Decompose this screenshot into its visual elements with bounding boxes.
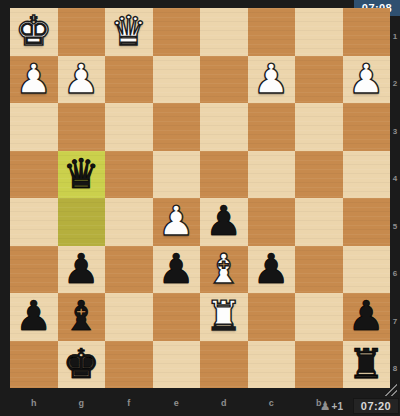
square-f7[interactable] — [105, 293, 153, 341]
square-h1[interactable]: ♚ — [10, 8, 58, 56]
square-e8[interactable] — [153, 341, 201, 389]
square-e6[interactable]: ♟ — [153, 246, 201, 294]
square-g8[interactable]: ♚ — [58, 341, 106, 389]
square-e3[interactable] — [153, 103, 201, 151]
piece-black-pawn[interactable]: ♟ — [158, 246, 195, 293]
square-g7[interactable]: ♝ — [58, 293, 106, 341]
square-h6[interactable] — [10, 246, 58, 294]
square-d6[interactable]: ♝ — [200, 246, 248, 294]
piece-black-pawn[interactable]: ♟ — [15, 293, 52, 340]
square-c3[interactable] — [248, 103, 296, 151]
square-b8[interactable] — [295, 341, 343, 389]
square-a7[interactable]: ♟ — [343, 293, 391, 341]
piece-white-rook[interactable]: ♜ — [205, 293, 242, 340]
rank-label-6: 6 — [390, 246, 400, 294]
square-f3[interactable] — [105, 103, 153, 151]
piece-white-queen[interactable]: ♛ — [110, 8, 147, 55]
square-g5[interactable] — [58, 198, 106, 246]
piece-white-king[interactable]: ♚ — [15, 8, 52, 55]
rank-labels: 12345678 — [390, 8, 400, 388]
square-g6[interactable]: ♟ — [58, 246, 106, 294]
square-a4[interactable] — [343, 151, 391, 199]
square-d5[interactable]: ♟ — [200, 198, 248, 246]
rank-label-1: 1 — [390, 8, 400, 56]
rank-label-3: 3 — [390, 103, 400, 151]
piece-white-pawn[interactable]: ♟ — [348, 56, 385, 103]
rank-label-7: 7 — [390, 293, 400, 341]
square-d8[interactable] — [200, 341, 248, 389]
piece-black-pawn[interactable]: ♟ — [205, 198, 242, 245]
file-label-h: h — [10, 395, 58, 411]
piece-black-king[interactable]: ♚ — [63, 341, 100, 388]
square-c1[interactable] — [248, 8, 296, 56]
square-a8[interactable]: ♜ — [343, 341, 391, 389]
square-d7[interactable]: ♜ — [200, 293, 248, 341]
square-b4[interactable] — [295, 151, 343, 199]
square-g4[interactable]: ♛ — [58, 151, 106, 199]
rank-label-2: 2 — [390, 56, 400, 104]
piece-black-rook[interactable]: ♜ — [348, 341, 385, 388]
chess-board[interactable]: ♚♛♟♟♟♟♛♟♟♟♟♝♟♟♝♜♟♚♜ — [10, 8, 390, 388]
square-a3[interactable] — [343, 103, 391, 151]
square-e1[interactable] — [153, 8, 201, 56]
square-b2[interactable] — [295, 56, 343, 104]
square-f5[interactable] — [105, 198, 153, 246]
square-f2[interactable] — [105, 56, 153, 104]
square-h2[interactable]: ♟ — [10, 56, 58, 104]
player-clock: 07:20 — [353, 398, 399, 414]
piece-black-queen[interactable]: ♛ — [63, 151, 100, 198]
square-b6[interactable] — [295, 246, 343, 294]
rank-label-4: 4 — [390, 151, 400, 199]
file-label-g: g — [58, 395, 106, 411]
square-h4[interactable] — [10, 151, 58, 199]
square-f8[interactable] — [105, 341, 153, 389]
square-h7[interactable]: ♟ — [10, 293, 58, 341]
rank-label-8: 8 — [390, 341, 400, 389]
square-f6[interactable] — [105, 246, 153, 294]
square-g1[interactable] — [58, 8, 106, 56]
file-label-e: e — [153, 395, 201, 411]
square-a1[interactable] — [343, 8, 391, 56]
piece-black-bishop[interactable]: ♝ — [63, 293, 100, 340]
square-b5[interactable] — [295, 198, 343, 246]
square-h3[interactable] — [10, 103, 58, 151]
square-e7[interactable] — [153, 293, 201, 341]
piece-black-pawn[interactable]: ♟ — [63, 246, 100, 293]
piece-white-pawn[interactable]: ♟ — [15, 56, 52, 103]
square-d1[interactable] — [200, 8, 248, 56]
square-b7[interactable] — [295, 293, 343, 341]
square-h5[interactable] — [10, 198, 58, 246]
square-f1[interactable]: ♛ — [105, 8, 153, 56]
file-label-d: d — [200, 395, 248, 411]
file-label-c: c — [248, 395, 296, 411]
square-d2[interactable] — [200, 56, 248, 104]
chess-app: 07:08 ♚♛♟♟♟♟♛♟♟♟♟♝♟♟♝♜♟♚♜ 12345678 hgfed… — [0, 0, 400, 416]
piece-black-pawn[interactable]: ♟ — [348, 293, 385, 340]
square-c8[interactable] — [248, 341, 296, 389]
square-c2[interactable]: ♟ — [248, 56, 296, 104]
piece-white-bishop[interactable]: ♝ — [205, 246, 242, 293]
file-label-f: f — [105, 395, 153, 411]
square-e2[interactable] — [153, 56, 201, 104]
square-b3[interactable] — [295, 103, 343, 151]
square-f4[interactable] — [105, 151, 153, 199]
square-d4[interactable] — [200, 151, 248, 199]
square-g2[interactable]: ♟ — [58, 56, 106, 104]
square-a2[interactable]: ♟ — [343, 56, 391, 104]
square-c6[interactable]: ♟ — [248, 246, 296, 294]
piece-black-pawn[interactable]: ♟ — [253, 246, 290, 293]
square-h8[interactable] — [10, 341, 58, 389]
square-b1[interactable] — [295, 8, 343, 56]
square-c7[interactable] — [248, 293, 296, 341]
piece-white-pawn[interactable]: ♟ — [63, 56, 100, 103]
piece-white-pawn[interactable]: ♟ — [253, 56, 290, 103]
square-c5[interactable] — [248, 198, 296, 246]
pawn-icon: ♟ — [320, 400, 331, 412]
square-g3[interactable] — [58, 103, 106, 151]
piece-white-pawn[interactable]: ♟ — [158, 198, 195, 245]
square-d3[interactable] — [200, 103, 248, 151]
square-e4[interactable] — [153, 151, 201, 199]
square-a6[interactable] — [343, 246, 391, 294]
square-e5[interactable]: ♟ — [153, 198, 201, 246]
square-a5[interactable] — [343, 198, 391, 246]
rank-label-5: 5 — [390, 198, 400, 246]
square-c4[interactable] — [248, 151, 296, 199]
material-advantage-value: +1 — [332, 401, 343, 412]
material-advantage: ♟ +1 — [320, 399, 343, 413]
